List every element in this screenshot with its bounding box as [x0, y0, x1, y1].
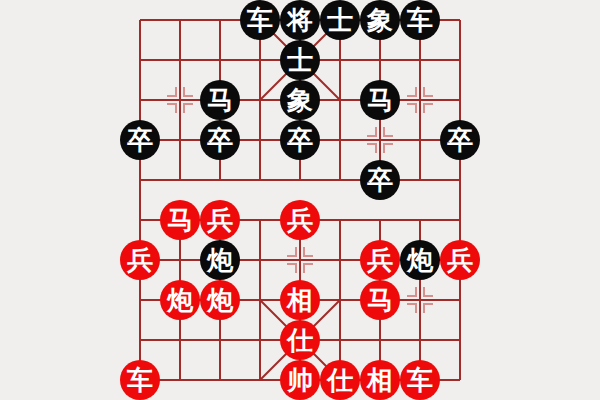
- piece-red-soldier[interactable]: 兵: [440, 240, 480, 280]
- piece-red-soldier[interactable]: 兵: [360, 240, 400, 280]
- piece-red-horse[interactable]: 马: [160, 200, 200, 240]
- piece-black-elephant[interactable]: 象: [360, 0, 400, 40]
- piece-red-elephant[interactable]: 相: [280, 280, 320, 320]
- piece-black-soldier[interactable]: 卒: [360, 160, 400, 200]
- piece-red-cannon[interactable]: 炮: [200, 280, 240, 320]
- piece-black-horse[interactable]: 马: [200, 80, 240, 120]
- piece-red-soldier[interactable]: 兵: [120, 240, 160, 280]
- piece-black-general[interactable]: 将: [280, 0, 320, 40]
- piece-red-horse[interactable]: 马: [360, 280, 400, 320]
- piece-black-soldier[interactable]: 卒: [200, 120, 240, 160]
- piece-black-advisor[interactable]: 士: [320, 0, 360, 40]
- piece-black-chariot[interactable]: 车: [400, 0, 440, 40]
- piece-red-general[interactable]: 帅: [280, 360, 320, 400]
- piece-red-chariot[interactable]: 车: [400, 360, 440, 400]
- piece-black-cannon[interactable]: 炮: [200, 240, 240, 280]
- piece-red-soldier[interactable]: 兵: [200, 200, 240, 240]
- piece-black-soldier[interactable]: 卒: [280, 120, 320, 160]
- piece-red-advisor[interactable]: 仕: [280, 320, 320, 360]
- pieces-layer: 车将士象车士马象马卒卒卒卒卒马兵兵兵炮兵炮兵炮炮相马仕车帅仕相车: [120, 0, 480, 400]
- piece-black-advisor[interactable]: 士: [280, 40, 320, 80]
- piece-black-soldier[interactable]: 卒: [440, 120, 480, 160]
- piece-black-soldier[interactable]: 卒: [120, 120, 160, 160]
- piece-red-chariot[interactable]: 车: [120, 360, 160, 400]
- piece-red-advisor[interactable]: 仕: [320, 360, 360, 400]
- piece-black-cannon[interactable]: 炮: [400, 240, 440, 280]
- piece-black-elephant[interactable]: 象: [280, 80, 320, 120]
- xiangqi-board[interactable]: 车将士象车士马象马卒卒卒卒卒马兵兵兵炮兵炮兵炮炮相马仕车帅仕相车: [0, 0, 600, 400]
- piece-black-chariot[interactable]: 车: [240, 0, 280, 40]
- piece-black-horse[interactable]: 马: [360, 80, 400, 120]
- piece-red-elephant[interactable]: 相: [360, 360, 400, 400]
- piece-red-cannon[interactable]: 炮: [160, 280, 200, 320]
- piece-red-soldier[interactable]: 兵: [280, 200, 320, 240]
